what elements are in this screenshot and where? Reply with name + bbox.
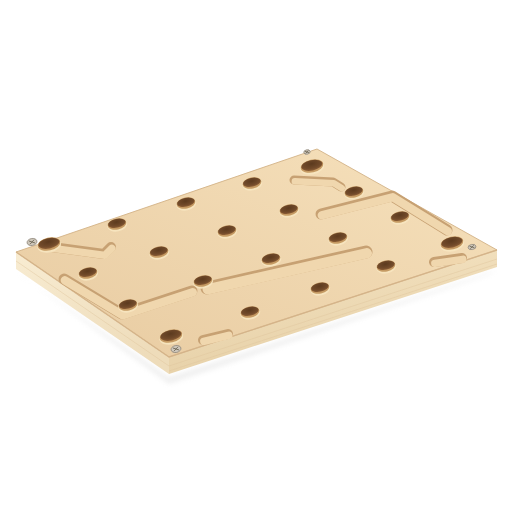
product-photo: [0, 0, 520, 520]
wooden-plate-render: [0, 0, 520, 520]
right-corner-slot: [434, 258, 463, 263]
plate-svg: [0, 0, 520, 520]
